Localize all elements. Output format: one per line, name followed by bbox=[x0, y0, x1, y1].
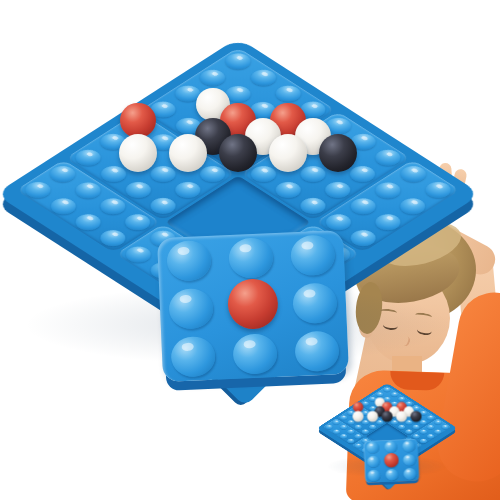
tile-bump[interactable] bbox=[402, 440, 415, 452]
marble-black[interactable] bbox=[319, 134, 357, 172]
loose-tile[interactable] bbox=[364, 439, 420, 493]
tile-bump[interactable] bbox=[385, 469, 398, 481]
tile-bump[interactable] bbox=[170, 336, 216, 378]
marble-white[interactable] bbox=[352, 411, 363, 422]
marble-red[interactable] bbox=[384, 453, 399, 468]
marble-black[interactable] bbox=[410, 411, 421, 422]
tile-bump[interactable] bbox=[367, 469, 380, 481]
main-game-scene bbox=[0, 0, 500, 420]
product-photo bbox=[0, 0, 500, 500]
marble-black[interactable] bbox=[381, 411, 392, 422]
tile-bump[interactable] bbox=[366, 442, 379, 454]
marble-red[interactable] bbox=[227, 278, 279, 330]
marble-black[interactable] bbox=[219, 134, 257, 172]
loose-tile-surface bbox=[364, 439, 420, 483]
tile-bump[interactable] bbox=[290, 234, 336, 276]
tile-bump[interactable] bbox=[232, 333, 278, 375]
mini-game-scene bbox=[318, 372, 463, 494]
marble-white[interactable] bbox=[269, 134, 307, 172]
marble-white[interactable] bbox=[367, 411, 378, 422]
marble-white[interactable] bbox=[119, 134, 157, 172]
tile-bump[interactable] bbox=[403, 468, 416, 480]
tile-bump[interactable] bbox=[384, 441, 397, 453]
tile-bump[interactable] bbox=[294, 330, 340, 372]
tile-bump[interactable] bbox=[403, 454, 416, 466]
tile-bump[interactable] bbox=[166, 240, 212, 282]
marble-white[interactable] bbox=[396, 411, 407, 422]
tile-bump[interactable] bbox=[367, 455, 380, 467]
tile-bump[interactable] bbox=[228, 237, 274, 279]
tile-bump[interactable] bbox=[292, 282, 338, 324]
loose-tile-surface bbox=[157, 230, 349, 382]
tile-bump[interactable] bbox=[168, 288, 214, 330]
marble-white[interactable] bbox=[169, 134, 207, 172]
